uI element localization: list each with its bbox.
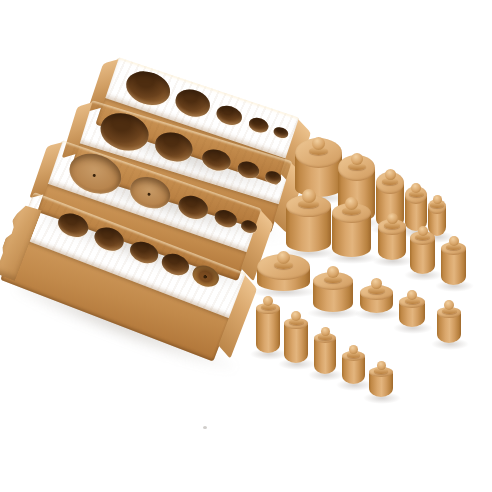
cylinder-knob [387,213,398,224]
cylinder-knob [444,300,454,310]
cylinder-knob [377,361,386,370]
cylinder-knob [433,195,442,204]
hole-center-dot [203,275,207,279]
cylinder-knob [321,327,330,336]
cylinder-body [284,323,308,363]
cylinder-knob [407,290,417,300]
cylinder-knob [411,183,421,193]
hole-center-dot [147,192,151,196]
cylinder-knob [418,226,428,236]
cylinder-body [314,338,336,374]
cylinder-body [256,308,280,353]
cylinder-knob [385,169,396,180]
hole-center-dot [92,174,96,178]
stage [0,0,492,492]
cylinder-knob [327,266,339,278]
cylinder-knob [449,236,459,246]
cylinder-knob [349,345,358,354]
cylinder-knob [291,311,301,321]
cylinder-knob [277,251,290,264]
dust-speck [203,426,207,429]
cylinder-knob [263,296,273,306]
cylinder-knob [312,137,325,150]
cylinder-knob [302,189,316,203]
cylinder-knob [351,153,363,165]
cylinder-knob [345,197,358,210]
